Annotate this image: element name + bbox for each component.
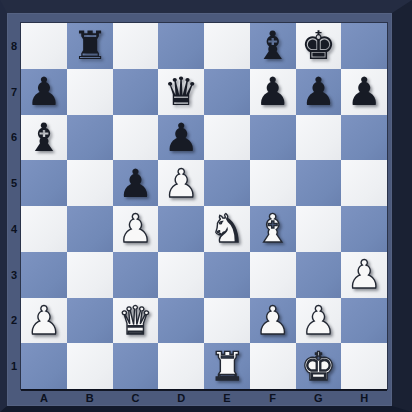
square-a7[interactable]: ♟ [21, 69, 67, 115]
square-h5[interactable] [341, 160, 387, 206]
square-d4[interactable] [158, 206, 204, 252]
square-e1[interactable]: ♜ [204, 343, 250, 389]
square-d5[interactable]: ♟ [158, 160, 204, 206]
black-bishop[interactable]: ♝ [26, 118, 61, 157]
square-d7[interactable]: ♛ [158, 69, 204, 115]
square-c4[interactable]: ♟ [113, 206, 159, 252]
square-b7[interactable] [67, 69, 113, 115]
square-c6[interactable] [113, 115, 159, 161]
black-pawn[interactable]: ♟ [26, 72, 61, 111]
rank-label-4: 4 [7, 206, 21, 252]
square-a8[interactable] [21, 23, 67, 69]
square-a2[interactable]: ♟ [21, 298, 67, 344]
square-f3[interactable] [250, 252, 296, 298]
file-label-e: E [204, 390, 250, 406]
square-g3[interactable] [296, 252, 342, 298]
rank-label-7: 7 [7, 69, 21, 115]
file-label-f: F [250, 390, 296, 406]
square-f1[interactable] [250, 343, 296, 389]
black-pawn[interactable]: ♟ [301, 72, 336, 111]
file-label-a: A [21, 390, 67, 406]
square-e7[interactable] [204, 69, 250, 115]
square-h3[interactable]: ♟ [341, 252, 387, 298]
square-f7[interactable]: ♟ [250, 69, 296, 115]
square-e4[interactable]: ♞ [204, 206, 250, 252]
black-pawn[interactable]: ♟ [347, 72, 382, 111]
black-pawn[interactable]: ♟ [118, 164, 153, 203]
square-e8[interactable] [204, 23, 250, 69]
rank-label-2: 2 [7, 298, 21, 344]
square-e3[interactable] [204, 252, 250, 298]
square-g7[interactable]: ♟ [296, 69, 342, 115]
black-rook[interactable]: ♜ [72, 26, 107, 65]
square-h8[interactable] [341, 23, 387, 69]
square-e5[interactable] [204, 160, 250, 206]
file-label-b: B [67, 390, 113, 406]
square-h2[interactable] [341, 298, 387, 344]
square-f2[interactable]: ♟ [250, 298, 296, 344]
square-a5[interactable] [21, 160, 67, 206]
square-d1[interactable] [158, 343, 204, 389]
white-rook[interactable]: ♜ [209, 347, 244, 386]
chess-app-window: 87654321 ABCDEFGH ♜♝♚♟♛♟♟♟♝♟♟♟♟♞♝♟♟♛♟♟♜♚ [0, 0, 412, 412]
file-label-d: D [158, 390, 204, 406]
rank-label-3: 3 [7, 252, 21, 298]
square-b2[interactable] [67, 298, 113, 344]
square-a6[interactable]: ♝ [21, 115, 67, 161]
square-c8[interactable] [113, 23, 159, 69]
square-d3[interactable] [158, 252, 204, 298]
file-label-g: G [296, 390, 342, 406]
square-f5[interactable] [250, 160, 296, 206]
white-pawn[interactable]: ♟ [118, 209, 153, 248]
white-pawn[interactable]: ♟ [164, 164, 199, 203]
square-f8[interactable]: ♝ [250, 23, 296, 69]
square-a1[interactable] [21, 343, 67, 389]
rank-label-6: 6 [7, 115, 21, 161]
black-queen[interactable]: ♛ [164, 72, 199, 111]
square-e2[interactable] [204, 298, 250, 344]
square-c5[interactable]: ♟ [113, 160, 159, 206]
square-c1[interactable] [113, 343, 159, 389]
square-g1[interactable]: ♚ [296, 343, 342, 389]
square-b1[interactable] [67, 343, 113, 389]
rank-label-1: 1 [7, 343, 21, 389]
file-labels: ABCDEFGH [21, 390, 387, 406]
square-g2[interactable]: ♟ [296, 298, 342, 344]
square-g4[interactable] [296, 206, 342, 252]
square-b8[interactable]: ♜ [67, 23, 113, 69]
black-bishop[interactable]: ♝ [255, 26, 290, 65]
square-b6[interactable] [67, 115, 113, 161]
square-g6[interactable] [296, 115, 342, 161]
square-f4[interactable]: ♝ [250, 206, 296, 252]
square-b4[interactable] [67, 206, 113, 252]
square-g8[interactable]: ♚ [296, 23, 342, 69]
square-a3[interactable] [21, 252, 67, 298]
black-pawn[interactable]: ♟ [164, 118, 199, 157]
square-a4[interactable] [21, 206, 67, 252]
square-h7[interactable]: ♟ [341, 69, 387, 115]
square-d2[interactable] [158, 298, 204, 344]
white-bishop[interactable]: ♝ [255, 209, 290, 248]
white-king[interactable]: ♚ [301, 347, 336, 386]
rank-label-8: 8 [7, 23, 21, 69]
file-label-c: C [113, 390, 159, 406]
square-h1[interactable] [341, 343, 387, 389]
square-f6[interactable] [250, 115, 296, 161]
square-c3[interactable] [113, 252, 159, 298]
white-pawn[interactable]: ♟ [26, 301, 61, 340]
white-knight[interactable]: ♞ [209, 209, 244, 248]
square-e6[interactable] [204, 115, 250, 161]
black-king[interactable]: ♚ [301, 26, 336, 65]
chess-board: ♜♝♚♟♛♟♟♟♝♟♟♟♟♞♝♟♟♛♟♟♜♚ [21, 23, 387, 389]
square-g5[interactable] [296, 160, 342, 206]
square-b3[interactable] [67, 252, 113, 298]
square-b5[interactable] [67, 160, 113, 206]
square-h4[interactable] [341, 206, 387, 252]
square-d6[interactable]: ♟ [158, 115, 204, 161]
white-pawn[interactable]: ♟ [255, 301, 290, 340]
white-pawn[interactable]: ♟ [301, 301, 336, 340]
white-pawn[interactable]: ♟ [347, 255, 382, 294]
white-queen[interactable]: ♛ [118, 301, 153, 340]
square-c2[interactable]: ♛ [113, 298, 159, 344]
square-c7[interactable] [113, 69, 159, 115]
file-label-h: H [341, 390, 387, 406]
board-frame: 87654321 ABCDEFGH ♜♝♚♟♛♟♟♟♝♟♟♟♟♞♝♟♟♛♟♟♜♚ [0, 0, 412, 412]
rank-label-5: 5 [7, 160, 21, 206]
square-d8[interactable] [158, 23, 204, 69]
square-h6[interactable] [341, 115, 387, 161]
black-pawn[interactable]: ♟ [255, 72, 290, 111]
rank-labels: 87654321 [7, 23, 21, 389]
